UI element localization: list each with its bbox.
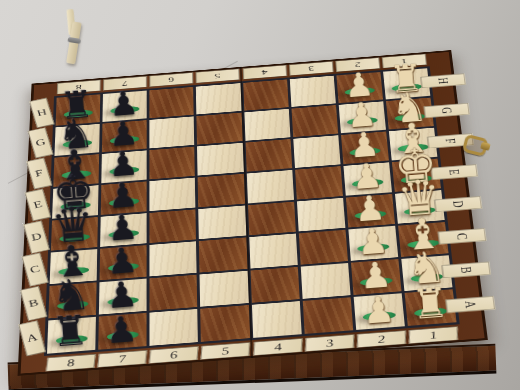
file-label-left-B: B xyxy=(20,286,47,321)
felt-base-h2 xyxy=(345,87,375,96)
square-f5 xyxy=(197,143,243,176)
file-label-right-H: H xyxy=(420,73,466,88)
rank-label-near-4: 4 xyxy=(253,338,303,356)
felt-base-g1 xyxy=(395,113,425,122)
board-box: ♜♟♟♜♞♟♟♞♝♟♟♝♚♟♟♚♛♟♟♛♝♟♟♝♞♟♟♞♜♟♟♜ 8765432… xyxy=(18,50,488,376)
square-d7: ♟ xyxy=(100,213,147,247)
felt-base-g8 xyxy=(62,139,92,148)
felt-base-e7 xyxy=(109,197,139,207)
rank-label-near-8: 8 xyxy=(46,354,96,372)
square-c4 xyxy=(249,234,298,269)
square-b8: ♞ xyxy=(48,283,96,319)
square-a7: ♟ xyxy=(98,313,146,350)
white-pawn-h2: ♟ xyxy=(344,69,376,102)
felt-base-b1 xyxy=(411,273,443,283)
white-pawn-c2: ♟ xyxy=(356,224,390,259)
square-h8: ♜ xyxy=(56,94,101,125)
rank-label-near-7: 7 xyxy=(97,350,147,368)
square-d6 xyxy=(150,209,197,243)
felt-base-g2 xyxy=(347,117,377,126)
clothespin xyxy=(56,10,94,68)
black-pawn-b7: ♟ xyxy=(105,278,139,314)
felt-base-d8 xyxy=(59,233,90,243)
square-h2: ♟ xyxy=(336,72,383,103)
square-e4 xyxy=(246,170,293,203)
felt-base-h8 xyxy=(63,109,92,118)
felt-base-a2 xyxy=(363,311,396,321)
square-c8: ♝ xyxy=(50,249,98,284)
file-label-left-F: F xyxy=(26,157,52,189)
rank-label-near-1: 1 xyxy=(409,326,458,344)
felt-base-b7 xyxy=(107,296,138,306)
black-pawn-d7: ♟ xyxy=(106,211,139,246)
rank-label-near-6: 6 xyxy=(149,346,199,364)
felt-base-c1 xyxy=(408,239,440,249)
felt-base-h7 xyxy=(110,106,139,115)
square-h7: ♟ xyxy=(103,91,147,122)
square-e3 xyxy=(295,166,343,199)
file-label-right-D: D xyxy=(434,196,482,212)
felt-base-c8 xyxy=(58,266,89,276)
square-d8: ♛ xyxy=(51,217,98,251)
file-label-left-G: G xyxy=(28,127,54,158)
square-h6 xyxy=(150,87,194,118)
file-label-right-G: G xyxy=(424,103,470,118)
square-b7: ♟ xyxy=(99,279,147,315)
square-a4 xyxy=(251,301,301,338)
square-c1: ♝ xyxy=(398,222,449,257)
black-pawn-e7: ♟ xyxy=(106,179,139,213)
felt-base-e1 xyxy=(401,174,432,184)
square-e2: ♟ xyxy=(343,162,392,195)
square-d4 xyxy=(248,201,296,235)
felt-base-e2 xyxy=(352,178,383,188)
file-label-left-H: H xyxy=(29,98,55,128)
felt-base-d2 xyxy=(355,210,386,220)
square-d5 xyxy=(199,205,246,239)
square-c6 xyxy=(150,242,197,277)
rank-label-near-3: 3 xyxy=(305,334,354,352)
felt-base-a8 xyxy=(56,335,88,345)
board-grid: ♜♟♟♜♞♟♟♞♝♟♟♝♚♟♟♚♛♟♟♛♝♟♟♝♞♟♟♞♜♟♟♜ xyxy=(44,66,460,356)
square-h5 xyxy=(196,83,241,114)
square-d3 xyxy=(297,198,346,232)
square-f8: ♝ xyxy=(53,154,99,187)
felt-base-e8 xyxy=(60,201,90,211)
white-pawn-f2: ♟ xyxy=(348,129,380,163)
square-a3 xyxy=(302,297,353,334)
black-pawn-h7: ♟ xyxy=(108,87,139,120)
square-e8: ♚ xyxy=(52,185,99,218)
square-a2: ♟ xyxy=(353,293,404,330)
file-label-left-C: C xyxy=(22,253,49,287)
file-label-left-A: A xyxy=(18,320,46,356)
square-g4 xyxy=(244,109,290,141)
square-b2: ♟ xyxy=(351,259,402,295)
square-g8: ♞ xyxy=(54,124,99,156)
square-b5 xyxy=(200,271,249,307)
square-g5 xyxy=(197,113,243,145)
felt-base-f2 xyxy=(350,147,381,156)
square-c7: ♟ xyxy=(100,245,147,280)
square-f4 xyxy=(245,139,292,172)
square-d2: ♟ xyxy=(346,194,395,228)
rank-label-near-2: 2 xyxy=(357,330,406,348)
square-a6 xyxy=(150,309,199,346)
square-b3 xyxy=(300,263,350,299)
square-a8: ♜ xyxy=(47,317,96,354)
felt-base-f1 xyxy=(398,143,429,152)
white-pawn-b2: ♟ xyxy=(359,258,393,294)
square-b6 xyxy=(150,275,198,311)
square-f2: ♟ xyxy=(341,131,389,164)
square-e6 xyxy=(150,177,196,210)
chess-set-scene: ♜♟♟♜♞♟♟♞♝♟♟♝♚♟♟♚♛♟♟♛♝♟♟♝♞♟♟♞♜♟♟♜ 8765432… xyxy=(0,0,520,390)
file-label-left-D: D xyxy=(23,220,50,253)
square-f6 xyxy=(150,146,196,179)
black-pawn-c7: ♟ xyxy=(105,244,139,279)
square-g6 xyxy=(150,116,195,148)
white-pawn-g2: ♟ xyxy=(346,98,378,132)
square-c5 xyxy=(199,238,247,273)
felt-base-b2 xyxy=(360,276,392,286)
file-label-left-E: E xyxy=(25,188,51,220)
black-pawn-g7: ♟ xyxy=(107,117,139,151)
black-pawn-a7: ♟ xyxy=(104,312,138,348)
square-a5 xyxy=(201,305,250,342)
black-pawn-f7: ♟ xyxy=(107,148,139,182)
felt-base-f8 xyxy=(61,170,91,179)
felt-base-f7 xyxy=(109,166,139,175)
square-b4 xyxy=(250,267,299,303)
square-f7: ♟ xyxy=(101,150,146,183)
square-b1: ♞ xyxy=(401,255,452,291)
brass-clasp-icon xyxy=(462,131,494,159)
square-c2: ♟ xyxy=(348,226,398,261)
felt-base-h1 xyxy=(392,83,422,92)
felt-base-a1 xyxy=(414,307,447,317)
felt-base-a7 xyxy=(107,331,139,341)
white-pawn-d2: ♟ xyxy=(354,192,387,227)
square-c3 xyxy=(298,230,347,265)
felt-base-g7 xyxy=(110,135,140,144)
board-frame: ♜♟♟♜♞♟♟♞♝♟♟♝♚♟♟♚♛♟♟♛♝♟♟♝♞♟♟♞♜♟♟♜ 8765432… xyxy=(18,50,488,376)
rank-label-near-5: 5 xyxy=(201,342,251,360)
white-pawn-a2: ♟ xyxy=(362,292,397,328)
square-h3 xyxy=(289,76,335,107)
felt-base-b8 xyxy=(57,300,89,310)
table-surface: ♜♟♟♜♞♟♟♞♝♟♟♝♚♟♟♚♛♟♟♛♝♟♟♝♞♟♟♞♜♟♟♜ 8765432… xyxy=(0,0,520,390)
square-g7: ♟ xyxy=(102,120,147,152)
square-e7: ♟ xyxy=(101,181,147,214)
square-h4 xyxy=(243,79,289,110)
white-pawn-e2: ♟ xyxy=(351,160,384,195)
square-e5 xyxy=(198,174,245,207)
felt-base-d1 xyxy=(404,206,436,216)
felt-base-c7 xyxy=(108,262,139,272)
square-g2: ♟ xyxy=(338,101,385,133)
square-f3 xyxy=(293,135,340,168)
felt-base-d7 xyxy=(108,229,139,239)
square-g3 xyxy=(291,105,338,137)
felt-base-c2 xyxy=(357,243,389,253)
